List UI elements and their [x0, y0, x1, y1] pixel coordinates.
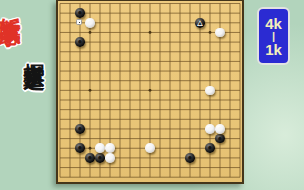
- stone-black: ●: [185, 153, 195, 163]
- left-black-title: 探索棋之正道: [20, 46, 48, 55]
- stone-black: ●: [85, 153, 95, 163]
- stone-white: ●: [85, 18, 95, 28]
- stone-white: ●: [205, 124, 215, 134]
- star-point: [89, 31, 92, 34]
- stone-black: ●: [75, 8, 85, 18]
- stone-white: ●: [205, 86, 215, 96]
- last-move-triangle-marker: △: [195, 18, 205, 28]
- stone-black: ●: [75, 124, 85, 134]
- star-point: [149, 31, 152, 34]
- rank-top: 4k: [265, 16, 282, 31]
- star-point: [89, 89, 92, 92]
- stone-white: ●: [105, 153, 115, 163]
- stone-black: ●: [75, 143, 85, 153]
- left-red-title: 斩断实战恶手: [0, 1, 24, 10]
- star-point: [149, 89, 152, 92]
- stone-white: ●: [95, 143, 105, 153]
- stone-white: ●: [215, 124, 225, 134]
- stone-black: ●: [75, 37, 85, 47]
- white-square-marker: [76, 19, 82, 25]
- stone-white: ●: [145, 143, 155, 153]
- go-board[interactable]: ●●●●●●●●●●●●●●●●●●●△: [56, 0, 244, 184]
- stone-white: ●: [215, 28, 225, 38]
- rank-bottom: 1k: [265, 42, 282, 57]
- stone-black: ●: [205, 143, 215, 153]
- rank-divider: |: [272, 32, 275, 41]
- rank-badge: 4k | 1k: [257, 7, 290, 65]
- stone-black: ●: [215, 134, 225, 144]
- stone-white: ●: [105, 143, 115, 153]
- stone-black: ●: [95, 153, 105, 163]
- thumbnail: 斩断实战恶手 探索棋之正道 ●●●●●●●●●●●●●●●●●●●△ 4k | …: [0, 0, 304, 190]
- star-point: [209, 31, 212, 34]
- star-point: [89, 147, 92, 150]
